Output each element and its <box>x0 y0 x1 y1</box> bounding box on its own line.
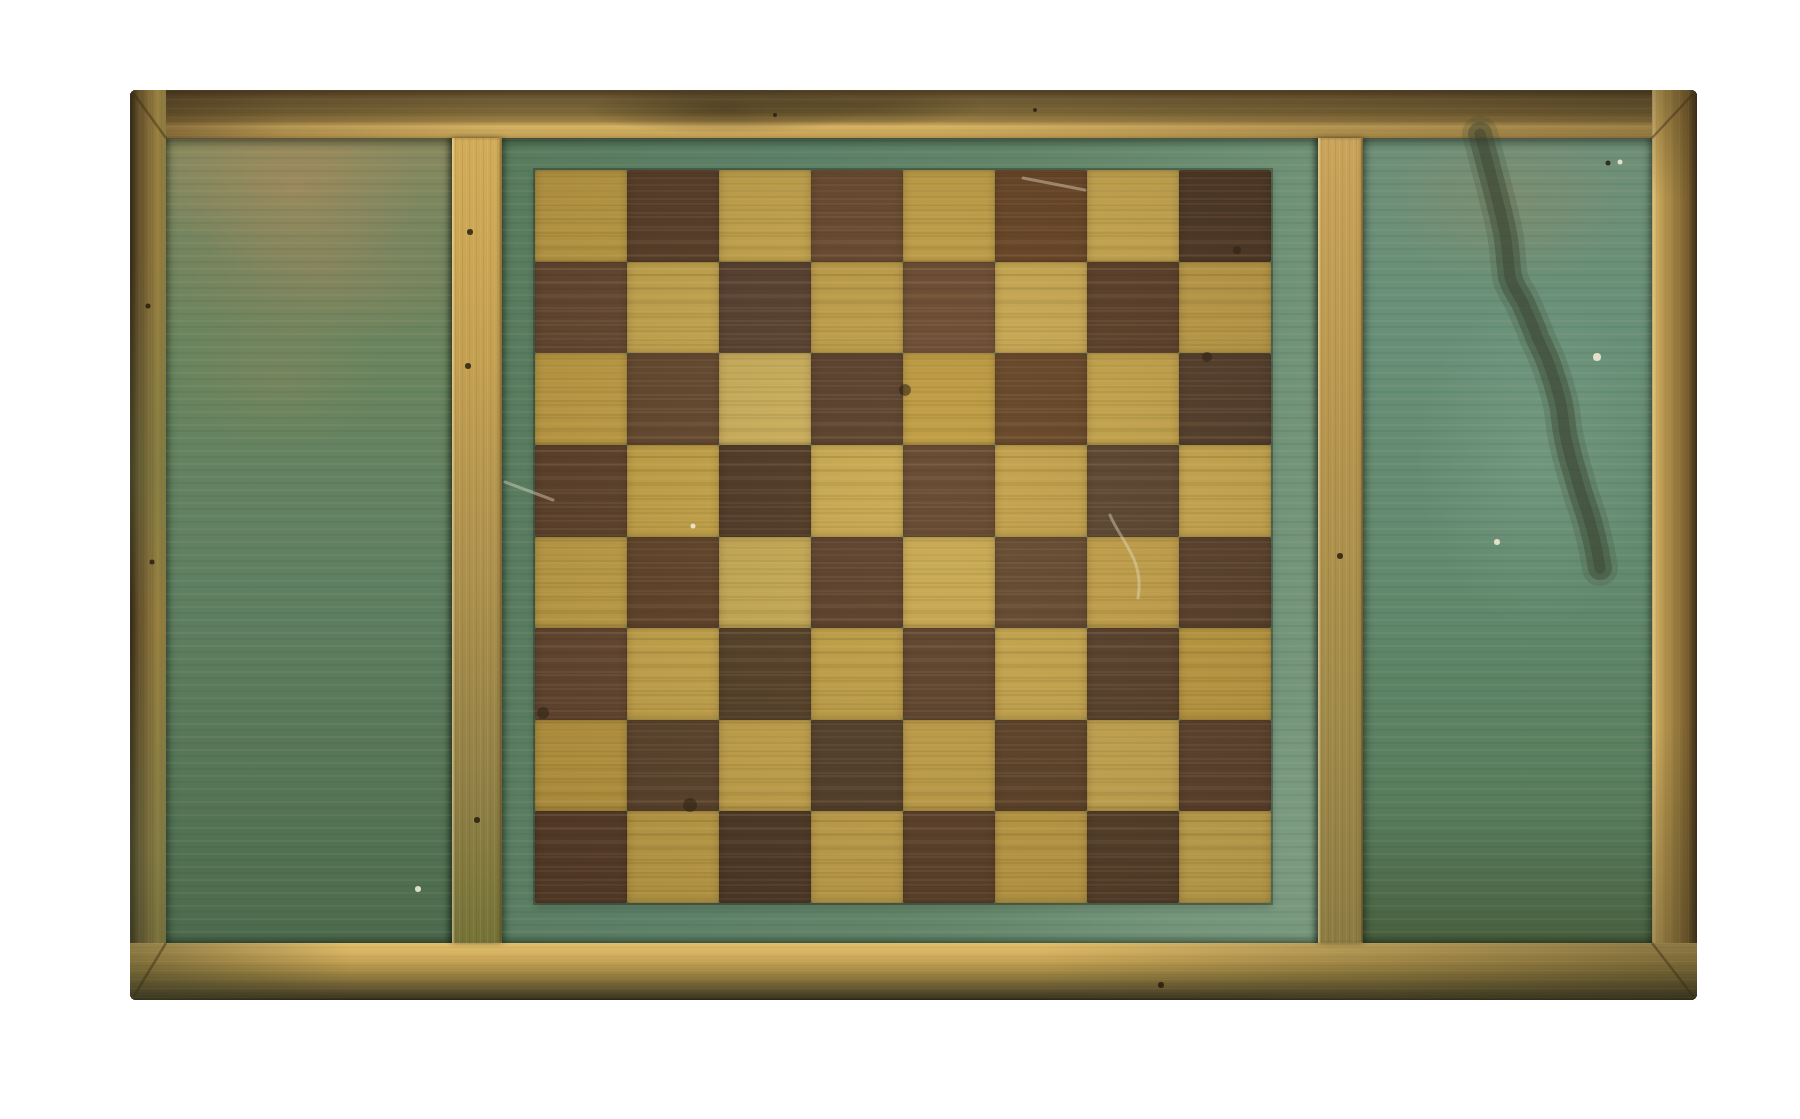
board-square[interactable] <box>719 445 811 537</box>
board-square[interactable] <box>995 262 1087 354</box>
game-board-tray <box>130 90 1697 1000</box>
right-side-panel <box>1363 138 1652 943</box>
board-square[interactable] <box>903 170 995 262</box>
board-square[interactable] <box>903 445 995 537</box>
board-square[interactable] <box>627 811 719 903</box>
board-square[interactable] <box>811 262 903 354</box>
tray-inner-field <box>166 138 1652 943</box>
board-square[interactable] <box>811 720 903 812</box>
board-square[interactable] <box>811 170 903 262</box>
tray-frame-left <box>130 90 166 1000</box>
board-square[interactable] <box>627 537 719 629</box>
center-panel <box>502 138 1318 943</box>
board-square[interactable] <box>995 445 1087 537</box>
board-square[interactable] <box>903 720 995 812</box>
board-square[interactable] <box>1087 353 1179 445</box>
board-square[interactable] <box>1179 170 1271 262</box>
board-square[interactable] <box>535 720 627 812</box>
board-square[interactable] <box>1087 720 1179 812</box>
board-square[interactable] <box>1179 537 1271 629</box>
board-square[interactable] <box>1087 262 1179 354</box>
board-square[interactable] <box>811 445 903 537</box>
board-square[interactable] <box>811 537 903 629</box>
board-square[interactable] <box>627 445 719 537</box>
board-square[interactable] <box>627 170 719 262</box>
board-square[interactable] <box>1179 353 1271 445</box>
tray-frame-right <box>1652 90 1697 1000</box>
board-square[interactable] <box>627 628 719 720</box>
tray-frame-bottom <box>130 943 1697 1000</box>
right-divider-rail <box>1318 138 1363 943</box>
board-square[interactable] <box>1087 811 1179 903</box>
left-divider-rail <box>452 138 502 943</box>
board-square[interactable] <box>719 262 811 354</box>
board-square[interactable] <box>1087 537 1179 629</box>
board-square[interactable] <box>811 811 903 903</box>
board-square[interactable] <box>995 353 1087 445</box>
board-square[interactable] <box>811 628 903 720</box>
board-square[interactable] <box>535 445 627 537</box>
board-square[interactable] <box>1179 720 1271 812</box>
board-square[interactable] <box>1179 628 1271 720</box>
board-square[interactable] <box>719 720 811 812</box>
board-square[interactable] <box>995 811 1087 903</box>
board-square[interactable] <box>811 353 903 445</box>
board-square[interactable] <box>535 170 627 262</box>
left-side-panel <box>166 138 452 943</box>
board-square[interactable] <box>1087 628 1179 720</box>
checkerboard <box>535 170 1271 903</box>
board-square[interactable] <box>903 262 995 354</box>
board-square[interactable] <box>903 353 995 445</box>
board-square[interactable] <box>627 262 719 354</box>
board-square[interactable] <box>719 537 811 629</box>
board-square[interactable] <box>719 811 811 903</box>
board-square[interactable] <box>1179 262 1271 354</box>
board-square[interactable] <box>627 353 719 445</box>
photo-background <box>0 0 1800 1119</box>
board-square[interactable] <box>535 628 627 720</box>
board-square[interactable] <box>995 537 1087 629</box>
board-square[interactable] <box>995 720 1087 812</box>
board-square[interactable] <box>535 262 627 354</box>
board-square[interactable] <box>1087 170 1179 262</box>
board-square[interactable] <box>903 628 995 720</box>
board-square[interactable] <box>1087 445 1179 537</box>
board-square[interactable] <box>903 811 995 903</box>
board-square[interactable] <box>1179 811 1271 903</box>
board-square[interactable] <box>535 353 627 445</box>
board-square[interactable] <box>719 353 811 445</box>
board-square[interactable] <box>995 628 1087 720</box>
board-square[interactable] <box>719 628 811 720</box>
board-square[interactable] <box>627 720 719 812</box>
board-square[interactable] <box>1179 445 1271 537</box>
board-square[interactable] <box>995 170 1087 262</box>
board-square[interactable] <box>535 537 627 629</box>
board-square[interactable] <box>719 170 811 262</box>
board-square[interactable] <box>535 811 627 903</box>
board-square[interactable] <box>903 537 995 629</box>
tray-frame-top <box>130 90 1697 138</box>
